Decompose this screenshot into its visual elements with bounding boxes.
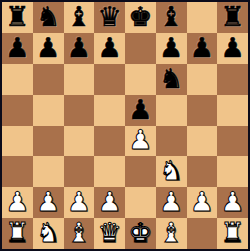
square-b2[interactable]: ♟ (33, 187, 64, 218)
piece-black-bishop[interactable]: ♝ (159, 3, 183, 30)
piece-black-rook[interactable]: ♜ (5, 3, 29, 30)
square-h4[interactable] (217, 126, 248, 157)
square-f5[interactable] (156, 95, 187, 126)
piece-black-knight[interactable]: ♞ (159, 65, 183, 92)
piece-white-pawn[interactable]: ♟ (36, 188, 60, 215)
piece-black-pawn[interactable]: ♟ (190, 34, 214, 61)
square-b4[interactable] (33, 126, 64, 157)
piece-white-knight[interactable]: ♞ (159, 157, 183, 184)
piece-white-pawn[interactable]: ♟ (190, 188, 214, 215)
square-f6[interactable]: ♞ (156, 64, 187, 95)
square-g6[interactable] (187, 64, 218, 95)
square-g1[interactable] (187, 218, 218, 249)
square-h6[interactable] (217, 64, 248, 95)
square-h5[interactable] (217, 95, 248, 126)
square-g3[interactable] (187, 156, 218, 187)
piece-white-king[interactable]: ♚ (128, 219, 152, 246)
square-a5[interactable] (2, 95, 33, 126)
square-c6[interactable] (64, 64, 95, 95)
piece-white-pawn[interactable]: ♟ (98, 188, 122, 215)
square-b3[interactable] (33, 156, 64, 187)
piece-black-queen[interactable]: ♛ (98, 3, 122, 30)
square-e2[interactable] (125, 187, 156, 218)
square-h1[interactable]: ♜ (217, 218, 248, 249)
square-g5[interactable] (187, 95, 218, 126)
square-b6[interactable] (33, 64, 64, 95)
square-f2[interactable]: ♟ (156, 187, 187, 218)
piece-white-queen[interactable]: ♛ (98, 219, 122, 246)
piece-white-pawn[interactable]: ♟ (67, 188, 91, 215)
piece-white-pawn[interactable]: ♟ (5, 188, 29, 215)
square-c8[interactable]: ♝ (64, 2, 95, 33)
square-d8[interactable]: ♛ (94, 2, 125, 33)
square-d2[interactable]: ♟ (94, 187, 125, 218)
square-d5[interactable] (94, 95, 125, 126)
piece-white-bishop[interactable]: ♝ (159, 219, 183, 246)
piece-black-pawn[interactable]: ♟ (5, 34, 29, 61)
square-e3[interactable] (125, 156, 156, 187)
square-a7[interactable]: ♟ (2, 33, 33, 64)
square-e4[interactable]: ♟ (125, 126, 156, 157)
square-h8[interactable]: ♜ (217, 2, 248, 33)
square-g8[interactable] (187, 2, 218, 33)
square-c4[interactable] (64, 126, 95, 157)
piece-black-pawn[interactable]: ♟ (67, 34, 91, 61)
square-f8[interactable]: ♝ (156, 2, 187, 33)
piece-black-knight[interactable]: ♞ (36, 3, 60, 30)
square-e1[interactable]: ♚ (125, 218, 156, 249)
square-f1[interactable]: ♝ (156, 218, 187, 249)
square-f4[interactable] (156, 126, 187, 157)
piece-white-bishop[interactable]: ♝ (67, 219, 91, 246)
square-c1[interactable]: ♝ (64, 218, 95, 249)
square-a3[interactable] (2, 156, 33, 187)
square-b7[interactable]: ♟ (33, 33, 64, 64)
piece-white-pawn[interactable]: ♟ (221, 188, 245, 215)
piece-black-bishop[interactable]: ♝ (67, 3, 91, 30)
square-a6[interactable] (2, 64, 33, 95)
piece-white-rook[interactable]: ♜ (221, 219, 245, 246)
square-f7[interactable]: ♟ (156, 33, 187, 64)
square-a1[interactable]: ♜ (2, 218, 33, 249)
square-h3[interactable] (217, 156, 248, 187)
square-e5[interactable]: ♟ (125, 95, 156, 126)
square-h2[interactable]: ♟ (217, 187, 248, 218)
square-c5[interactable] (64, 95, 95, 126)
square-h7[interactable]: ♟ (217, 33, 248, 64)
piece-black-pawn[interactable]: ♟ (221, 34, 245, 61)
board-frame: ♜♞♝♛♚♝♜♟♟♟♟♟♟♟♞♟♟♞♟♟♟♟♟♟♟♜♞♝♛♚♝♜ (0, 0, 250, 251)
square-c3[interactable] (64, 156, 95, 187)
square-d3[interactable] (94, 156, 125, 187)
square-g7[interactable]: ♟ (187, 33, 218, 64)
square-a2[interactable]: ♟ (2, 187, 33, 218)
square-g2[interactable]: ♟ (187, 187, 218, 218)
piece-black-rook[interactable]: ♜ (221, 3, 245, 30)
square-c7[interactable]: ♟ (64, 33, 95, 64)
piece-black-pawn[interactable]: ♟ (98, 34, 122, 61)
square-e7[interactable] (125, 33, 156, 64)
square-g4[interactable] (187, 126, 218, 157)
piece-black-pawn[interactable]: ♟ (128, 96, 152, 123)
piece-white-pawn[interactable]: ♟ (128, 126, 152, 153)
square-b5[interactable] (33, 95, 64, 126)
square-e8[interactable]: ♚ (125, 2, 156, 33)
piece-black-king[interactable]: ♚ (128, 3, 152, 30)
piece-white-rook[interactable]: ♜ (5, 219, 29, 246)
square-d4[interactable] (94, 126, 125, 157)
square-a4[interactable] (2, 126, 33, 157)
piece-white-knight[interactable]: ♞ (36, 219, 60, 246)
piece-white-pawn[interactable]: ♟ (159, 188, 183, 215)
chess-board: ♜♞♝♛♚♝♜♟♟♟♟♟♟♟♞♟♟♞♟♟♟♟♟♟♟♜♞♝♛♚♝♜ (2, 2, 248, 249)
square-d1[interactable]: ♛ (94, 218, 125, 249)
piece-black-pawn[interactable]: ♟ (36, 34, 60, 61)
square-b8[interactable]: ♞ (33, 2, 64, 33)
square-d7[interactable]: ♟ (94, 33, 125, 64)
square-f3[interactable]: ♞ (156, 156, 187, 187)
square-a8[interactable]: ♜ (2, 2, 33, 33)
square-c2[interactable]: ♟ (64, 187, 95, 218)
piece-black-pawn[interactable]: ♟ (159, 34, 183, 61)
square-e6[interactable] (125, 64, 156, 95)
square-d6[interactable] (94, 64, 125, 95)
square-b1[interactable]: ♞ (33, 218, 64, 249)
